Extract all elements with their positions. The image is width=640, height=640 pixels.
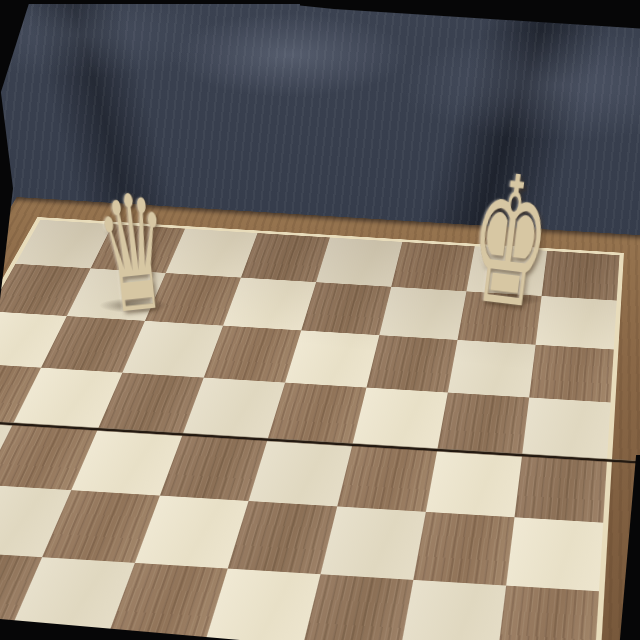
- square-d7: [223, 278, 316, 331]
- square-h8: [542, 251, 620, 301]
- square-e7: [301, 282, 391, 335]
- square-h6: [529, 345, 614, 403]
- square-g6: [448, 340, 536, 398]
- square-f4: [337, 444, 437, 511]
- square-f8: [391, 242, 474, 291]
- square-h7: [536, 296, 617, 350]
- square-f5: [352, 388, 447, 450]
- square-e8: [316, 237, 402, 286]
- square-g5: [437, 393, 529, 455]
- square-e5: [268, 383, 367, 445]
- square-g2: [400, 580, 507, 640]
- square-h5: [522, 398, 610, 460]
- square-h4: [515, 455, 607, 523]
- square-e4: [249, 439, 353, 506]
- square-h3: [506, 517, 603, 591]
- square-f6: [366, 335, 457, 392]
- square-e6: [285, 330, 379, 387]
- square-d8: [241, 233, 330, 282]
- square-e3: [228, 501, 337, 574]
- square-f7: [379, 287, 466, 340]
- square-f2: [302, 574, 413, 640]
- square-g3: [413, 512, 514, 586]
- square-g4: [426, 450, 522, 518]
- square-f3: [321, 506, 426, 579]
- photo-scene: ♛ ♚: [0, 0, 640, 640]
- square-h2: [497, 586, 599, 640]
